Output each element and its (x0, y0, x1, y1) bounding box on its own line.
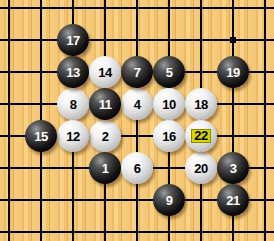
white-stone-18[interactable]: 18 (185, 88, 217, 120)
stone-number: 1 (102, 162, 109, 175)
stone-number: 17 (66, 34, 79, 47)
stone-number: 11 (99, 98, 112, 111)
stone-number: 12 (66, 130, 79, 143)
white-stone-8[interactable]: 8 (57, 88, 89, 120)
stone-number: 21 (226, 194, 239, 207)
stone-number: 10 (162, 98, 175, 111)
white-stone-14[interactable]: 14 (89, 56, 121, 88)
vertical-gridline (8, 0, 10, 241)
star-point (230, 37, 236, 43)
stone-number: 14 (98, 66, 111, 79)
vertical-gridline (136, 0, 138, 241)
stone-number: 4 (134, 98, 141, 111)
stone-number: 3 (230, 162, 237, 175)
stone-number: 18 (194, 98, 207, 111)
horizontal-gridline (0, 231, 274, 233)
go-board[interactable]: 12345678910111213141516171819202122 (0, 0, 274, 241)
white-stone-2[interactable]: 2 (89, 120, 121, 152)
white-stone-22[interactable]: 22 (185, 120, 217, 152)
horizontal-gridline (0, 7, 274, 9)
black-stone-21[interactable]: 21 (217, 184, 249, 216)
stone-number: 13 (66, 66, 79, 79)
black-stone-1[interactable]: 1 (89, 152, 121, 184)
black-stone-7[interactable]: 7 (121, 56, 153, 88)
black-stone-5[interactable]: 5 (153, 56, 185, 88)
black-stone-3[interactable]: 3 (217, 152, 249, 184)
white-stone-6[interactable]: 6 (121, 152, 153, 184)
stone-number: 8 (70, 98, 77, 111)
black-stone-11[interactable]: 11 (89, 88, 121, 120)
white-stone-10[interactable]: 10 (153, 88, 185, 120)
stone-number: 16 (162, 130, 175, 143)
stone-number: 15 (34, 130, 47, 143)
stone-number: 2 (102, 130, 109, 143)
stone-number: 19 (226, 66, 239, 79)
stone-number: 9 (166, 194, 173, 207)
white-stone-4[interactable]: 4 (121, 88, 153, 120)
vertical-gridline (264, 0, 266, 241)
stone-number: 22 (191, 129, 210, 143)
black-stone-19[interactable]: 19 (217, 56, 249, 88)
black-stone-15[interactable]: 15 (25, 120, 57, 152)
stone-number: 20 (194, 162, 207, 175)
stone-number: 5 (166, 66, 173, 79)
black-stone-9[interactable]: 9 (153, 184, 185, 216)
white-stone-20[interactable]: 20 (185, 152, 217, 184)
white-stone-16[interactable]: 16 (153, 120, 185, 152)
black-stone-17[interactable]: 17 (57, 24, 89, 56)
stone-number: 7 (134, 66, 141, 79)
black-stone-13[interactable]: 13 (57, 56, 89, 88)
white-stone-12[interactable]: 12 (57, 120, 89, 152)
stone-number: 6 (134, 162, 141, 175)
